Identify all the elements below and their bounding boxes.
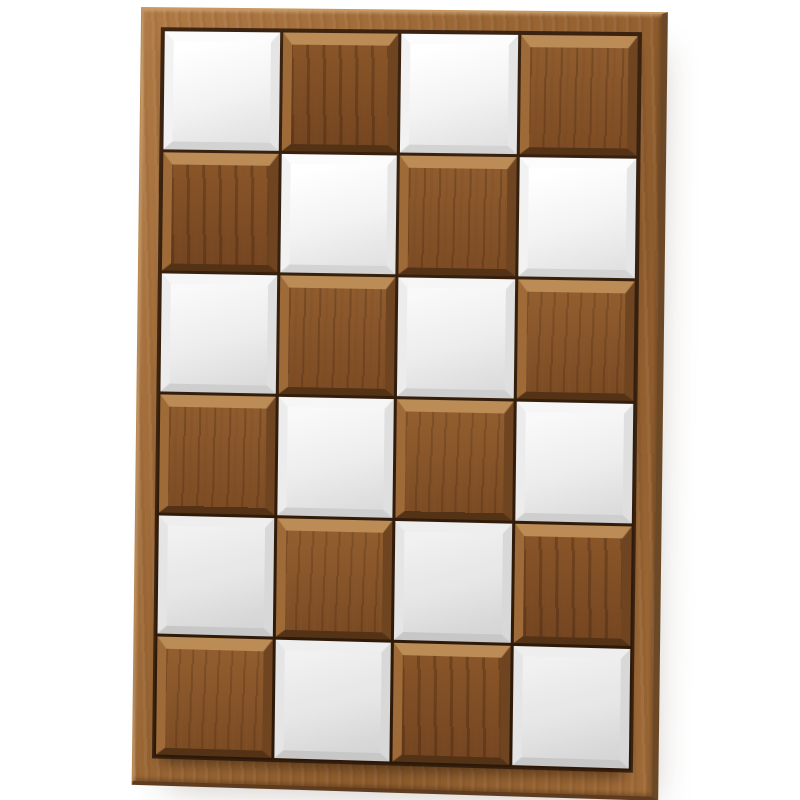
square-wood xyxy=(519,35,638,156)
square-white xyxy=(277,397,394,518)
square-wood xyxy=(156,637,272,758)
square-white xyxy=(163,31,279,151)
square-wood xyxy=(159,394,275,515)
square-wood xyxy=(398,156,516,277)
square-wood xyxy=(513,524,632,646)
checker-board xyxy=(154,29,640,770)
square-white xyxy=(157,515,273,636)
square-white xyxy=(280,154,397,274)
square-wood xyxy=(275,518,392,639)
panel-frame xyxy=(132,7,668,800)
square-white xyxy=(274,640,391,762)
square-white xyxy=(515,402,634,524)
square-wood xyxy=(392,643,510,765)
square-wood xyxy=(516,279,635,401)
square-wood xyxy=(278,275,395,396)
square-white xyxy=(160,273,276,393)
square-wood xyxy=(395,399,513,520)
product-photo-background xyxy=(0,0,800,800)
square-white xyxy=(394,521,512,643)
square-white xyxy=(397,277,515,398)
square-white xyxy=(400,34,518,154)
square-white xyxy=(518,157,637,278)
square-wood xyxy=(281,32,398,152)
checker-wall-panel xyxy=(132,7,668,800)
square-white xyxy=(512,646,630,769)
square-wood xyxy=(162,152,278,272)
